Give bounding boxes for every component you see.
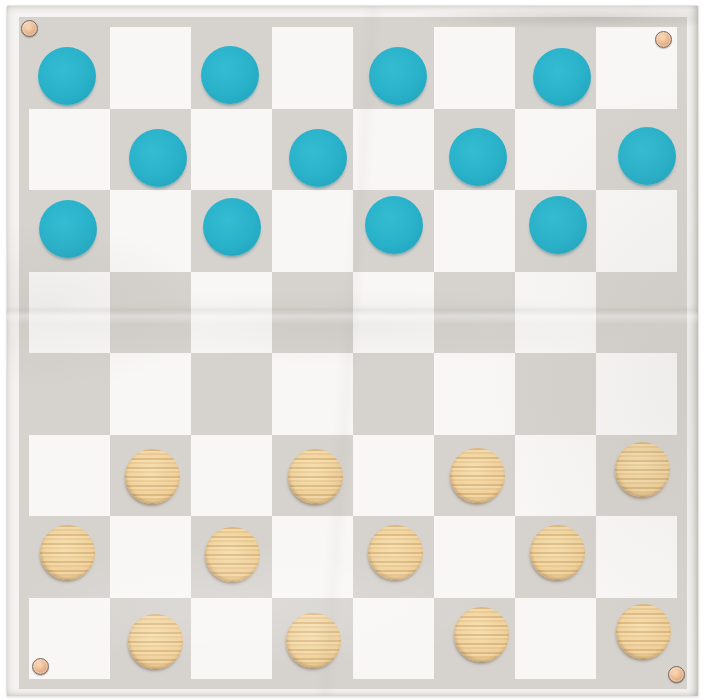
teal-checker-piece[interactable] bbox=[533, 48, 591, 106]
fabric-mat bbox=[6, 5, 699, 697]
teal-checker-piece[interactable] bbox=[618, 127, 676, 185]
wood-checker-piece[interactable] bbox=[125, 449, 180, 504]
teal-checker-piece[interactable] bbox=[203, 198, 261, 256]
square-c5[interactable] bbox=[191, 272, 272, 354]
teal-checker-piece[interactable] bbox=[449, 128, 507, 186]
teal-checker-piece[interactable] bbox=[369, 47, 427, 105]
square-c7[interactable] bbox=[191, 109, 272, 191]
square-b8[interactable] bbox=[110, 27, 191, 109]
square-f8[interactable] bbox=[434, 27, 515, 109]
wood-checker-piece[interactable] bbox=[615, 442, 670, 497]
wood-checker-piece[interactable] bbox=[616, 604, 671, 659]
square-e5[interactable] bbox=[353, 272, 434, 354]
grommet-icon bbox=[32, 658, 49, 675]
wood-checker-piece[interactable] bbox=[454, 607, 509, 662]
grommet-icon bbox=[655, 31, 672, 48]
wood-checker-piece[interactable] bbox=[450, 448, 505, 503]
checkers-board bbox=[29, 27, 677, 679]
square-b5[interactable] bbox=[110, 272, 191, 354]
teal-checker-piece[interactable] bbox=[289, 129, 347, 187]
square-f6[interactable] bbox=[434, 190, 515, 272]
square-d4[interactable] bbox=[272, 353, 353, 435]
square-e7[interactable] bbox=[353, 109, 434, 191]
teal-checker-piece[interactable] bbox=[129, 129, 187, 187]
square-a5[interactable] bbox=[29, 272, 110, 354]
teal-checker-piece[interactable] bbox=[201, 46, 259, 104]
square-d8[interactable] bbox=[272, 27, 353, 109]
square-h2[interactable] bbox=[596, 516, 677, 598]
square-f5[interactable] bbox=[434, 272, 515, 354]
grommet-icon bbox=[668, 666, 685, 683]
square-d6[interactable] bbox=[272, 190, 353, 272]
teal-checker-piece[interactable] bbox=[38, 47, 96, 105]
square-f2[interactable] bbox=[434, 516, 515, 598]
wood-checker-piece[interactable] bbox=[368, 525, 423, 580]
checkers-mat-photo bbox=[0, 0, 704, 700]
square-b4[interactable] bbox=[110, 353, 191, 435]
board-frame bbox=[19, 17, 687, 689]
square-a7[interactable] bbox=[29, 109, 110, 191]
square-d5[interactable] bbox=[272, 272, 353, 354]
square-b2[interactable] bbox=[110, 516, 191, 598]
square-e1[interactable] bbox=[353, 598, 434, 680]
wood-checker-piece[interactable] bbox=[286, 613, 341, 668]
square-h6[interactable] bbox=[596, 190, 677, 272]
square-g1[interactable] bbox=[515, 598, 596, 680]
square-g3[interactable] bbox=[515, 435, 596, 517]
square-f4[interactable] bbox=[434, 353, 515, 435]
square-c1[interactable] bbox=[191, 598, 272, 680]
square-g7[interactable] bbox=[515, 109, 596, 191]
square-h5[interactable] bbox=[596, 272, 677, 354]
square-h4[interactable] bbox=[596, 353, 677, 435]
wood-checker-piece[interactable] bbox=[40, 525, 95, 580]
wood-checker-piece[interactable] bbox=[205, 527, 260, 582]
square-d2[interactable] bbox=[272, 516, 353, 598]
square-c4[interactable] bbox=[191, 353, 272, 435]
grommet-icon bbox=[21, 20, 38, 37]
teal-checker-piece[interactable] bbox=[365, 196, 423, 254]
square-c3[interactable] bbox=[191, 435, 272, 517]
teal-checker-piece[interactable] bbox=[39, 200, 97, 258]
square-g5[interactable] bbox=[515, 272, 596, 354]
square-a3[interactable] bbox=[29, 435, 110, 517]
square-g4[interactable] bbox=[515, 353, 596, 435]
teal-checker-piece[interactable] bbox=[529, 196, 587, 254]
square-e4[interactable] bbox=[353, 353, 434, 435]
wood-checker-piece[interactable] bbox=[288, 449, 343, 504]
square-e3[interactable] bbox=[353, 435, 434, 517]
square-a4[interactable] bbox=[29, 353, 110, 435]
wood-checker-piece[interactable] bbox=[530, 525, 585, 580]
square-b6[interactable] bbox=[110, 190, 191, 272]
wood-checker-piece[interactable] bbox=[128, 614, 183, 669]
